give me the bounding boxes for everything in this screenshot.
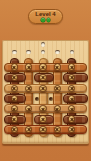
board-hole bbox=[70, 50, 75, 55]
progress-dots bbox=[41, 18, 50, 22]
level-badge: Level 4 bbox=[28, 9, 63, 24]
screw-bolt[interactable] bbox=[11, 126, 18, 133]
screw-bolt[interactable] bbox=[39, 85, 46, 92]
screw-bolt[interactable] bbox=[11, 115, 18, 122]
horizontal-plank bbox=[63, 94, 88, 103]
board-hole bbox=[41, 50, 46, 55]
progress-dot bbox=[47, 18, 51, 22]
screw-bolt[interactable] bbox=[54, 126, 61, 133]
screw-bolt[interactable] bbox=[39, 105, 46, 112]
screw-bolt[interactable] bbox=[39, 126, 46, 133]
screw-bolt[interactable] bbox=[54, 63, 61, 70]
screw-bolt[interactable] bbox=[68, 115, 75, 122]
screw-bolt[interactable] bbox=[11, 95, 18, 102]
board-hole bbox=[12, 50, 17, 55]
screw-bolt[interactable] bbox=[25, 85, 32, 92]
horizontal-plank bbox=[63, 115, 88, 124]
screw-bolt[interactable] bbox=[11, 85, 18, 92]
puzzle-board bbox=[2, 40, 89, 144]
screw-bolt[interactable] bbox=[39, 74, 46, 81]
screw-bolt[interactable] bbox=[11, 74, 18, 81]
board-hole bbox=[41, 42, 46, 47]
game-background: Level 4 bbox=[0, 0, 91, 161]
horizontal-plank bbox=[63, 73, 88, 82]
screw-bolt[interactable] bbox=[39, 115, 46, 122]
board-hole bbox=[26, 50, 31, 55]
progress-dot bbox=[41, 18, 45, 22]
screw-bolt[interactable] bbox=[68, 63, 75, 70]
level-label: Level 4 bbox=[35, 11, 55, 17]
screw-bolt[interactable] bbox=[39, 63, 46, 70]
board-hole bbox=[55, 50, 60, 55]
screw-bolt[interactable] bbox=[54, 85, 61, 92]
screw-bolt[interactable] bbox=[11, 63, 18, 70]
screw-bolt[interactable] bbox=[25, 63, 32, 70]
